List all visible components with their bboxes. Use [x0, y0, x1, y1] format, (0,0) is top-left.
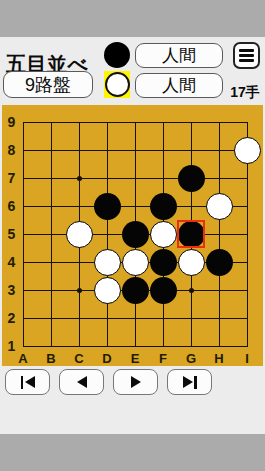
black-stone	[150, 193, 177, 220]
last-move-marker	[177, 220, 205, 248]
cell-C2[interactable]	[65, 304, 93, 332]
cell-H4[interactable]	[205, 248, 233, 276]
cell-D8[interactable]	[93, 136, 121, 164]
black-stone	[122, 221, 149, 248]
cell-H8[interactable]	[205, 136, 233, 164]
cell-D7[interactable]	[93, 164, 121, 192]
cell-G6[interactable]	[177, 192, 205, 220]
col-label-B: B	[37, 350, 65, 366]
white-stone-icon	[105, 72, 130, 97]
cell-A8[interactable]	[9, 136, 37, 164]
cell-G8[interactable]	[177, 136, 205, 164]
cell-A2[interactable]	[9, 304, 37, 332]
cell-G3[interactable]	[177, 276, 205, 304]
black-stone	[94, 193, 121, 220]
white-stone	[206, 193, 233, 220]
cell-D9[interactable]	[93, 108, 121, 136]
cell-H3[interactable]	[205, 276, 233, 304]
cell-C5[interactable]	[65, 220, 93, 248]
cell-H7[interactable]	[205, 164, 233, 192]
go-board: 987654321 ABCDEFGHI	[2, 105, 263, 366]
cell-F4[interactable]	[149, 248, 177, 276]
next-move-button[interactable]	[113, 369, 158, 395]
cell-D2[interactable]	[93, 304, 121, 332]
skip-end-icon	[183, 376, 193, 388]
move-nav-bar	[5, 369, 212, 395]
white-stone	[122, 249, 149, 276]
white-stone	[234, 137, 261, 164]
first-move-button[interactable]	[5, 369, 50, 395]
active-turn-highlight	[104, 71, 130, 98]
cell-D4[interactable]	[93, 248, 121, 276]
last-move-button[interactable]	[167, 369, 212, 395]
cell-B3[interactable]	[37, 276, 65, 304]
cell-C9[interactable]	[65, 108, 93, 136]
cell-E5[interactable]	[121, 220, 149, 248]
cell-B6[interactable]	[37, 192, 65, 220]
col-label-I: I	[233, 350, 261, 366]
bottom-bar	[0, 434, 265, 471]
next-icon	[131, 376, 141, 388]
cell-F2[interactable]	[149, 304, 177, 332]
white-player-button[interactable]: 人間	[135, 73, 223, 98]
cell-D5[interactable]	[93, 220, 121, 248]
col-label-H: H	[205, 350, 233, 366]
cell-F6[interactable]	[149, 192, 177, 220]
cell-C4[interactable]	[65, 248, 93, 276]
black-stone	[206, 249, 233, 276]
black-stone	[150, 277, 177, 304]
cell-I7[interactable]	[233, 164, 261, 192]
cell-B5[interactable]	[37, 220, 65, 248]
cell-I9[interactable]	[233, 108, 261, 136]
cell-E4[interactable]	[121, 248, 149, 276]
cell-A9[interactable]	[9, 108, 37, 136]
app-screen: 五目並べ 人間 9路盤 人間 17手 987654321 ABCDEFGHI	[0, 0, 265, 471]
cell-I2[interactable]	[233, 304, 261, 332]
cell-E9[interactable]	[121, 108, 149, 136]
cell-I5[interactable]	[233, 220, 261, 248]
cell-G7[interactable]	[177, 164, 205, 192]
hamburger-icon	[239, 49, 254, 62]
col-label-G: G	[177, 350, 205, 366]
skip-start-icon	[21, 376, 24, 389]
prev-move-button[interactable]	[59, 369, 104, 395]
cell-I6[interactable]	[233, 192, 261, 220]
col-labels: ABCDEFGHI	[9, 350, 261, 366]
cell-D6[interactable]	[93, 192, 121, 220]
board-size-button[interactable]: 9路盤	[3, 71, 93, 98]
menu-button[interactable]	[233, 42, 260, 69]
white-stone	[94, 249, 121, 276]
cell-A5[interactable]	[9, 220, 37, 248]
black-player-button[interactable]: 人間	[135, 43, 223, 68]
cell-H5[interactable]	[205, 220, 233, 248]
cell-H9[interactable]	[205, 108, 233, 136]
cell-F5[interactable]	[149, 220, 177, 248]
cell-A7[interactable]	[9, 164, 37, 192]
cell-F7[interactable]	[149, 164, 177, 192]
cell-I3[interactable]	[233, 276, 261, 304]
black-stone-icon	[104, 42, 130, 68]
cell-E2[interactable]	[121, 304, 149, 332]
move-counter: 17手	[226, 84, 264, 102]
col-label-F: F	[149, 350, 177, 366]
cell-G5[interactable]	[177, 220, 205, 248]
cell-A4[interactable]	[9, 248, 37, 276]
cell-F3[interactable]	[149, 276, 177, 304]
cell-G2[interactable]	[177, 304, 205, 332]
cell-A3[interactable]	[9, 276, 37, 304]
col-label-E: E	[121, 350, 149, 366]
black-stone	[150, 249, 177, 276]
cell-H2[interactable]	[205, 304, 233, 332]
col-label-D: D	[93, 350, 121, 366]
col-label-A: A	[9, 350, 37, 366]
cell-D3[interactable]	[93, 276, 121, 304]
cell-H6[interactable]	[205, 192, 233, 220]
cell-C3[interactable]	[65, 276, 93, 304]
col-label-C: C	[65, 350, 93, 366]
cell-B9[interactable]	[37, 108, 65, 136]
cell-E6[interactable]	[121, 192, 149, 220]
black-stone	[122, 277, 149, 304]
cell-G9[interactable]	[177, 108, 205, 136]
black-stone	[178, 165, 205, 192]
board-grid	[9, 108, 261, 360]
status-bar	[0, 0, 265, 37]
prev-icon	[77, 376, 87, 388]
cell-E7[interactable]	[121, 164, 149, 192]
cell-C6[interactable]	[65, 192, 93, 220]
cell-B7[interactable]	[37, 164, 65, 192]
cell-C8[interactable]	[65, 136, 93, 164]
cell-G4[interactable]	[177, 248, 205, 276]
cell-E8[interactable]	[121, 136, 149, 164]
white-stone	[150, 221, 177, 248]
cell-E3[interactable]	[121, 276, 149, 304]
cell-F9[interactable]	[149, 108, 177, 136]
white-stone	[178, 249, 205, 276]
cell-B8[interactable]	[37, 136, 65, 164]
cell-F8[interactable]	[149, 136, 177, 164]
cell-I8[interactable]	[233, 136, 261, 164]
cell-B4[interactable]	[37, 248, 65, 276]
cell-C7[interactable]	[65, 164, 93, 192]
cell-I4[interactable]	[233, 248, 261, 276]
white-stone	[66, 221, 93, 248]
white-stone	[94, 277, 121, 304]
cell-B2[interactable]	[37, 304, 65, 332]
cell-A6[interactable]	[9, 192, 37, 220]
header-controls: 五目並べ 人間 9路盤 人間 17手	[0, 37, 265, 105]
